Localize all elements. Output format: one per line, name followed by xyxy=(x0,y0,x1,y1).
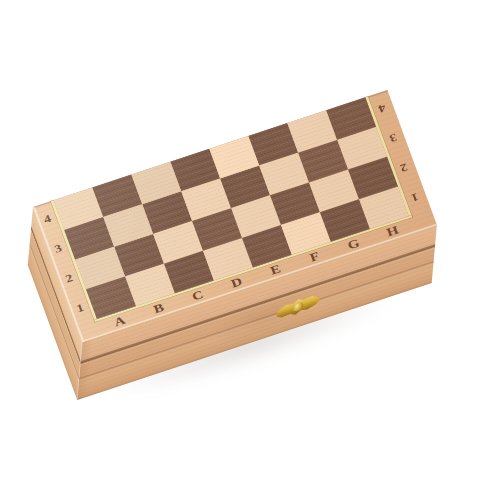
rank-label-right-2: 2 xyxy=(392,157,417,178)
rank-label-right-4: 4 xyxy=(370,98,395,119)
rank-label-right-3: 3 xyxy=(381,127,406,148)
product-photo-stage: 4321 4321 ABCDEFGH xyxy=(0,0,500,500)
rank-label-right-1: 1 xyxy=(402,187,427,208)
